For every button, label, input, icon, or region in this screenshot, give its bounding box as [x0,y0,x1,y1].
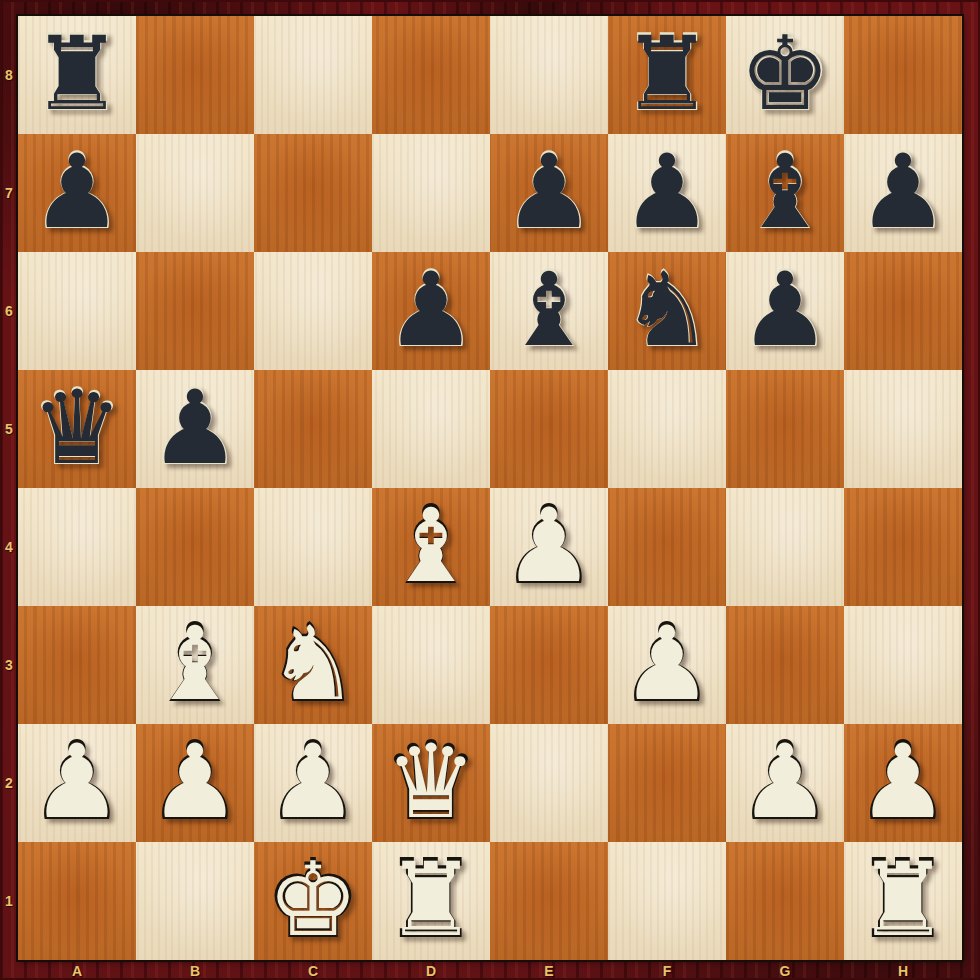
chessboard-window: 87654321 ABCDEFGH ♜♜♜♜♚♚♟♟♟♟♟♟♝♝♟♟♟♟♝♝♞♞… [0,0,980,980]
pawn-icon: ♟ [490,488,608,606]
square-d8[interactable] [372,16,490,134]
rook-icon: ♜ [18,16,136,134]
piece-white-rook-d1[interactable]: ♜♜ [372,842,490,960]
piece-white-bishop-d4[interactable]: ♝♝ [372,488,490,606]
pawn-icon: ♟ [844,724,962,842]
piece-white-pawn-f3[interactable]: ♟♟ [608,606,726,724]
square-f2[interactable] [608,724,726,842]
file-label-f: F [608,962,726,980]
pawn-icon: ♟ [372,252,490,370]
square-b3[interactable]: ♝♝ [136,606,254,724]
pawn-icon: ♟ [844,134,962,252]
rank-label-1: 1 [0,842,18,960]
square-a6[interactable] [18,252,136,370]
knight-icon: ♞ [608,252,726,370]
square-c1[interactable]: ♚♚ [254,842,372,960]
square-g4[interactable] [726,488,844,606]
bishop-icon: ♝ [490,252,608,370]
piece-black-queen-a5[interactable]: ♛♛ [18,370,136,488]
piece-white-rook-h1[interactable]: ♜♜ [844,842,962,960]
square-f6[interactable]: ♞♞ [608,252,726,370]
rank-label-3: 3 [0,606,18,724]
piece-black-pawn-g6[interactable]: ♟♟ [726,252,844,370]
file-label-a: A [18,962,136,980]
pawn-icon: ♟ [608,134,726,252]
square-f1[interactable] [608,842,726,960]
file-label-e: E [490,962,608,980]
square-a2[interactable]: ♟♟ [18,724,136,842]
piece-black-pawn-f7[interactable]: ♟♟ [608,134,726,252]
piece-white-pawn-a2[interactable]: ♟♟ [18,724,136,842]
queen-icon: ♛ [18,370,136,488]
square-h1[interactable]: ♜♜ [844,842,962,960]
square-f8[interactable]: ♜♜ [608,16,726,134]
file-label-c: C [254,962,372,980]
file-label-b: B [136,962,254,980]
rook-icon: ♜ [844,842,962,960]
square-e7[interactable]: ♟♟ [490,134,608,252]
chess-board: ♜♜♜♜♚♚♟♟♟♟♟♟♝♝♟♟♟♟♝♝♞♞♟♟♛♛♟♟♝♝♟♟♝♝♞♞♟♟♟♟… [18,16,962,960]
pawn-icon: ♟ [726,724,844,842]
square-h2[interactable]: ♟♟ [844,724,962,842]
file-label-g: G [726,962,844,980]
pawn-icon: ♟ [726,252,844,370]
piece-black-rook-a8[interactable]: ♜♜ [18,16,136,134]
square-h8[interactable] [844,16,962,134]
square-a3[interactable] [18,606,136,724]
square-d7[interactable] [372,134,490,252]
bishop-icon: ♝ [726,134,844,252]
square-b4[interactable] [136,488,254,606]
square-h6[interactable] [844,252,962,370]
square-b5[interactable]: ♟♟ [136,370,254,488]
piece-black-pawn-b5[interactable]: ♟♟ [136,370,254,488]
square-c2[interactable]: ♟♟ [254,724,372,842]
square-g1[interactable] [726,842,844,960]
square-a1[interactable] [18,842,136,960]
square-b1[interactable] [136,842,254,960]
piece-white-pawn-b2[interactable]: ♟♟ [136,724,254,842]
square-f5[interactable] [608,370,726,488]
pawn-icon: ♟ [136,370,254,488]
file-label-d: D [372,962,490,980]
piece-black-pawn-e7[interactable]: ♟♟ [490,134,608,252]
square-d2[interactable]: ♛♛ [372,724,490,842]
square-b6[interactable] [136,252,254,370]
bishop-icon: ♝ [372,488,490,606]
square-e2[interactable] [490,724,608,842]
knight-icon: ♞ [254,606,372,724]
file-label-h: H [844,962,962,980]
square-g3[interactable] [726,606,844,724]
square-a7[interactable]: ♟♟ [18,134,136,252]
square-a8[interactable]: ♜♜ [18,16,136,134]
file-labels: ABCDEFGH [18,962,962,980]
piece-black-bishop-g7[interactable]: ♝♝ [726,134,844,252]
bishop-icon: ♝ [136,606,254,724]
piece-black-king-g8[interactable]: ♚♚ [726,16,844,134]
square-e1[interactable] [490,842,608,960]
piece-white-king-c1[interactable]: ♚♚ [254,842,372,960]
square-c7[interactable] [254,134,372,252]
square-d6[interactable]: ♟♟ [372,252,490,370]
square-c5[interactable] [254,370,372,488]
rook-icon: ♜ [372,842,490,960]
square-h4[interactable] [844,488,962,606]
square-c4[interactable] [254,488,372,606]
square-g6[interactable]: ♟♟ [726,252,844,370]
pawn-icon: ♟ [254,724,372,842]
piece-white-pawn-h2[interactable]: ♟♟ [844,724,962,842]
square-e4[interactable]: ♟♟ [490,488,608,606]
pawn-icon: ♟ [490,134,608,252]
square-d1[interactable]: ♜♜ [372,842,490,960]
piece-black-pawn-d6[interactable]: ♟♟ [372,252,490,370]
square-b8[interactable] [136,16,254,134]
king-icon: ♚ [254,842,372,960]
piece-white-bishop-b3[interactable]: ♝♝ [136,606,254,724]
pawn-icon: ♟ [18,134,136,252]
square-h3[interactable] [844,606,962,724]
square-a4[interactable] [18,488,136,606]
square-c8[interactable] [254,16,372,134]
square-g2[interactable]: ♟♟ [726,724,844,842]
piece-black-rook-f8[interactable]: ♜♜ [608,16,726,134]
piece-white-pawn-g2[interactable]: ♟♟ [726,724,844,842]
square-f4[interactable] [608,488,726,606]
square-e5[interactable] [490,370,608,488]
square-h7[interactable]: ♟♟ [844,134,962,252]
square-h5[interactable] [844,370,962,488]
square-b2[interactable]: ♟♟ [136,724,254,842]
square-e6[interactable]: ♝♝ [490,252,608,370]
piece-white-pawn-c2[interactable]: ♟♟ [254,724,372,842]
square-e8[interactable] [490,16,608,134]
square-e3[interactable] [490,606,608,724]
rook-icon: ♜ [608,16,726,134]
pawn-icon: ♟ [608,606,726,724]
piece-black-pawn-h7[interactable]: ♟♟ [844,134,962,252]
square-g7[interactable]: ♝♝ [726,134,844,252]
square-d4[interactable]: ♝♝ [372,488,490,606]
rank-label-4: 4 [0,488,18,606]
square-c3[interactable]: ♞♞ [254,606,372,724]
piece-black-knight-f6[interactable]: ♞♞ [608,252,726,370]
king-icon: ♚ [726,16,844,134]
square-c6[interactable] [254,252,372,370]
pawn-icon: ♟ [136,724,254,842]
piece-black-pawn-a7[interactable]: ♟♟ [18,134,136,252]
queen-icon: ♛ [372,724,490,842]
square-g8[interactable]: ♚♚ [726,16,844,134]
square-d3[interactable] [372,606,490,724]
square-a5[interactable]: ♛♛ [18,370,136,488]
piece-white-knight-c3[interactable]: ♞♞ [254,606,372,724]
square-f3[interactable]: ♟♟ [608,606,726,724]
square-f7[interactable]: ♟♟ [608,134,726,252]
pawn-icon: ♟ [18,724,136,842]
square-g5[interactable] [726,370,844,488]
piece-white-pawn-e4[interactable]: ♟♟ [490,488,608,606]
piece-white-queen-d2[interactable]: ♛♛ [372,724,490,842]
square-d5[interactable] [372,370,490,488]
piece-black-bishop-e6[interactable]: ♝♝ [490,252,608,370]
square-b7[interactable] [136,134,254,252]
rank-label-6: 6 [0,252,18,370]
